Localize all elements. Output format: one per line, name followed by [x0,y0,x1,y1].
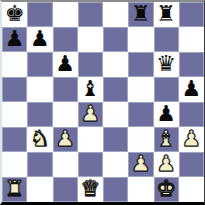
black-rook[interactable]: ♜ [131,3,151,25]
square-c1[interactable] [53,177,78,202]
square-h7[interactable] [179,27,204,52]
square-a2[interactable] [2,152,27,177]
square-a8[interactable]: ♚ [2,2,27,27]
chess-board-frame: ♚♜♜♟♟♟♛♝♟♟♟♞♟♝♟♟♟♜♛♚ [0,0,205,205]
white-rook[interactable]: ♜ [5,178,25,200]
square-e7[interactable] [103,27,128,52]
white-pawn[interactable]: ♟ [131,153,151,175]
square-f8[interactable]: ♜ [128,2,153,27]
white-pawn[interactable]: ♟ [182,128,202,150]
black-bishop[interactable]: ♝ [81,78,101,100]
square-e8[interactable] [103,2,128,27]
square-d3[interactable] [78,127,103,152]
square-f5[interactable] [128,77,153,102]
square-f4[interactable] [128,102,153,127]
square-f3[interactable] [128,127,153,152]
square-h1[interactable] [179,177,204,202]
black-pawn[interactable]: ♟ [30,28,50,50]
square-f6[interactable] [128,52,153,77]
square-c6[interactable]: ♟ [53,52,78,77]
square-d4[interactable]: ♟ [78,102,103,127]
square-f2[interactable]: ♟ [128,152,153,177]
square-a7[interactable]: ♟ [2,27,27,52]
square-a1[interactable]: ♜ [2,177,27,202]
black-king[interactable]: ♚ [5,3,25,25]
square-h8[interactable] [179,2,204,27]
square-e1[interactable] [103,177,128,202]
square-c3[interactable]: ♟ [53,127,78,152]
square-e4[interactable] [103,102,128,127]
square-b5[interactable] [27,77,52,102]
square-g8[interactable]: ♜ [154,2,179,27]
square-e2[interactable] [103,152,128,177]
square-b1[interactable] [27,177,52,202]
square-d8[interactable] [78,2,103,27]
square-h3[interactable]: ♟ [179,127,204,152]
white-pawn[interactable]: ♟ [156,153,176,175]
square-d2[interactable] [78,152,103,177]
square-b6[interactable] [27,52,52,77]
chess-board: ♚♜♜♟♟♟♛♝♟♟♟♞♟♝♟♟♟♜♛♚ [2,2,204,202]
square-g5[interactable] [154,77,179,102]
square-g1[interactable]: ♚ [154,177,179,202]
white-pawn[interactable]: ♟ [55,128,75,150]
square-d6[interactable] [78,52,103,77]
square-c2[interactable] [53,152,78,177]
square-e3[interactable] [103,127,128,152]
square-c8[interactable] [53,2,78,27]
square-d1[interactable]: ♛ [78,177,103,202]
square-g2[interactable]: ♟ [154,152,179,177]
white-bishop[interactable]: ♝ [156,128,176,150]
black-rook[interactable]: ♜ [156,3,176,25]
square-h2[interactable] [179,152,204,177]
square-e5[interactable] [103,77,128,102]
square-c7[interactable] [53,27,78,52]
square-b7[interactable]: ♟ [27,27,52,52]
square-b4[interactable] [27,102,52,127]
square-b8[interactable] [27,2,52,27]
square-f1[interactable] [128,177,153,202]
square-g6[interactable]: ♛ [154,52,179,77]
square-b2[interactable] [27,152,52,177]
square-g4[interactable]: ♟ [154,102,179,127]
square-a4[interactable] [2,102,27,127]
white-knight[interactable]: ♞ [30,128,50,150]
square-f7[interactable] [128,27,153,52]
white-queen[interactable]: ♛ [81,178,101,200]
square-b3[interactable]: ♞ [27,127,52,152]
square-h6[interactable] [179,52,204,77]
square-a6[interactable] [2,52,27,77]
black-pawn[interactable]: ♟ [182,78,202,100]
black-pawn[interactable]: ♟ [55,53,75,75]
square-c5[interactable] [53,77,78,102]
white-king[interactable]: ♚ [156,178,176,200]
square-g7[interactable] [154,27,179,52]
square-d7[interactable] [78,27,103,52]
square-g3[interactable]: ♝ [154,127,179,152]
square-c4[interactable] [53,102,78,127]
square-a3[interactable] [2,127,27,152]
white-pawn[interactable]: ♟ [81,103,101,125]
black-queen[interactable]: ♛ [156,53,176,75]
square-h4[interactable] [179,102,204,127]
square-a5[interactable] [2,77,27,102]
black-pawn[interactable]: ♟ [5,28,25,50]
square-e6[interactable] [103,52,128,77]
square-h5[interactable]: ♟ [179,77,204,102]
square-d5[interactable]: ♝ [78,77,103,102]
black-pawn[interactable]: ♟ [156,103,176,125]
